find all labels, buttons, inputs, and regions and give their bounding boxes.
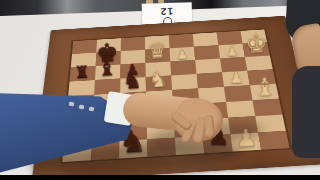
board-square: ♛ [145,48,170,63]
board-square [252,99,282,116]
board-square: ♟ [120,63,145,79]
sleeve-button [69,102,75,107]
board-square: ♝ [95,65,121,81]
piece-white-pawn: ♟ [169,47,195,62]
left-player-finger [204,115,215,139]
sleeve-button [89,107,95,112]
opponent-sleeve [292,66,320,158]
letterbox-bar [0,175,320,180]
board-square: ♝ [250,84,279,101]
board-square [197,72,224,88]
board-square [240,29,267,43]
board-square [194,45,220,60]
board-square [226,100,255,117]
board-square [224,85,253,102]
board-square: ♟ [222,71,250,87]
board-square [171,74,198,90]
board-square [258,131,289,150]
sleeve-button [79,105,85,110]
board-square [68,80,95,96]
board-square: ♞ [146,75,172,91]
tournament-photo-frame: 12 ♚♛♟♟♚♜♝♟♞♞♟♝♜♞♟♟ [0,0,320,180]
piece-black-pawn: ♟ [119,62,145,78]
board-square [145,62,171,77]
board-square [247,69,275,85]
board-square: ♞ [120,77,146,93]
board-square: ♜ [70,66,96,82]
board-square: ♚ [96,51,121,66]
piece-white-pawn: ♟ [223,69,250,87]
